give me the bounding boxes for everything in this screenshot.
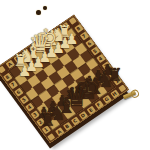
pieces-layer: ♜♞♟♝♟♚♟♛♟♝♟♞♟♜♟♟♟♟♜♟♞♟♝♟♚♟♛♟♝♟♞♜ (0, 0, 150, 150)
black-rook: ♜ (36, 112, 60, 130)
chess-set-photo: AABBCCDDEEFFGGHH1122334455667788 ♜♞♟♝♟♚♟… (0, 0, 150, 150)
white-pawn: ♟ (13, 64, 37, 79)
